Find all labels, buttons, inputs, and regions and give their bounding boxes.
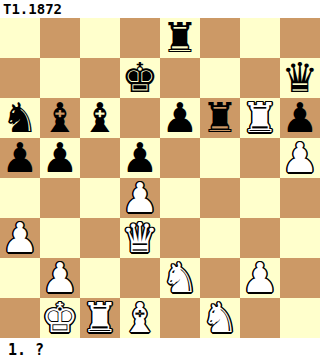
square-e7[interactable] [160, 58, 200, 98]
puzzle-title: T1.1872 [0, 0, 320, 18]
square-h5[interactable]: ♟ [280, 138, 320, 178]
square-f5[interactable] [200, 138, 240, 178]
white-queen[interactable]: ♛ [122, 218, 159, 258]
black-pawn[interactable]: ♟ [122, 138, 159, 178]
square-h3[interactable] [280, 218, 320, 258]
white-knight[interactable]: ♞ [162, 258, 199, 298]
square-h2[interactable] [280, 258, 320, 298]
square-d2[interactable] [120, 258, 160, 298]
black-rook[interactable]: ♜ [162, 18, 199, 58]
square-g5[interactable] [240, 138, 280, 178]
square-c1[interactable]: ♜ [80, 298, 120, 338]
square-d4[interactable]: ♟ [120, 178, 160, 218]
black-queen[interactable]: ♛ [282, 58, 319, 98]
square-f4[interactable] [200, 178, 240, 218]
black-pawn[interactable]: ♟ [2, 138, 39, 178]
square-e8[interactable]: ♜ [160, 18, 200, 58]
white-rook[interactable]: ♜ [242, 98, 279, 138]
square-c2[interactable] [80, 258, 120, 298]
square-f3[interactable] [200, 218, 240, 258]
square-a5[interactable]: ♟ [0, 138, 40, 178]
black-pawn[interactable]: ♟ [282, 98, 319, 138]
square-h1[interactable] [280, 298, 320, 338]
square-d8[interactable] [120, 18, 160, 58]
square-e4[interactable] [160, 178, 200, 218]
black-king[interactable]: ♚ [122, 58, 159, 98]
square-g3[interactable] [240, 218, 280, 258]
square-b6[interactable]: ♝ [40, 98, 80, 138]
square-b5[interactable]: ♟ [40, 138, 80, 178]
square-g2[interactable]: ♟ [240, 258, 280, 298]
black-bishop[interactable]: ♝ [82, 98, 119, 138]
square-b2[interactable]: ♟ [40, 258, 80, 298]
white-pawn[interactable]: ♟ [122, 178, 159, 218]
square-d3[interactable]: ♛ [120, 218, 160, 258]
square-c3[interactable] [80, 218, 120, 258]
square-b3[interactable] [40, 218, 80, 258]
square-c4[interactable] [80, 178, 120, 218]
square-e2[interactable]: ♞ [160, 258, 200, 298]
square-c8[interactable] [80, 18, 120, 58]
square-h7[interactable]: ♛ [280, 58, 320, 98]
square-f6[interactable]: ♜ [200, 98, 240, 138]
white-pawn[interactable]: ♟ [42, 258, 79, 298]
white-rook[interactable]: ♜ [82, 298, 119, 338]
square-d7[interactable]: ♚ [120, 58, 160, 98]
square-c5[interactable] [80, 138, 120, 178]
square-a3[interactable]: ♟ [0, 218, 40, 258]
white-king[interactable]: ♚ [42, 298, 79, 338]
square-g7[interactable] [240, 58, 280, 98]
square-g8[interactable] [240, 18, 280, 58]
white-knight[interactable]: ♞ [202, 298, 239, 338]
square-d6[interactable] [120, 98, 160, 138]
square-a8[interactable] [0, 18, 40, 58]
black-rook[interactable]: ♜ [202, 98, 239, 138]
square-h8[interactable] [280, 18, 320, 58]
square-a1[interactable] [0, 298, 40, 338]
chess-board: ♜♚♛♞♝♝♟♜♜♟♟♟♟♟♟♟♛♟♞♟♚♜♝♞ [0, 18, 320, 338]
black-pawn[interactable]: ♟ [162, 98, 199, 138]
square-a4[interactable] [0, 178, 40, 218]
square-b7[interactable] [40, 58, 80, 98]
square-d5[interactable]: ♟ [120, 138, 160, 178]
square-e6[interactable]: ♟ [160, 98, 200, 138]
white-pawn[interactable]: ♟ [242, 258, 279, 298]
black-pawn[interactable]: ♟ [42, 138, 79, 178]
square-e3[interactable] [160, 218, 200, 258]
square-c6[interactable]: ♝ [80, 98, 120, 138]
square-a2[interactable] [0, 258, 40, 298]
square-a7[interactable] [0, 58, 40, 98]
square-e5[interactable] [160, 138, 200, 178]
square-g4[interactable] [240, 178, 280, 218]
square-a6[interactable]: ♞ [0, 98, 40, 138]
white-bishop[interactable]: ♝ [122, 298, 159, 338]
square-g1[interactable] [240, 298, 280, 338]
square-f7[interactable] [200, 58, 240, 98]
square-e1[interactable] [160, 298, 200, 338]
square-c7[interactable] [80, 58, 120, 98]
black-bishop[interactable]: ♝ [42, 98, 79, 138]
square-h4[interactable] [280, 178, 320, 218]
white-pawn[interactable]: ♟ [282, 138, 319, 178]
square-g6[interactable]: ♜ [240, 98, 280, 138]
black-knight[interactable]: ♞ [2, 98, 39, 138]
square-f2[interactable] [200, 258, 240, 298]
square-h6[interactable]: ♟ [280, 98, 320, 138]
square-d1[interactable]: ♝ [120, 298, 160, 338]
white-pawn[interactable]: ♟ [2, 218, 39, 258]
square-f8[interactable] [200, 18, 240, 58]
square-b4[interactable] [40, 178, 80, 218]
square-b1[interactable]: ♚ [40, 298, 80, 338]
square-b8[interactable] [40, 18, 80, 58]
square-f1[interactable]: ♞ [200, 298, 240, 338]
